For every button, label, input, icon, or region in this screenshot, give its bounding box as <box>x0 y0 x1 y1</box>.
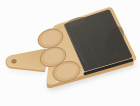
serving-board-illustration <box>0 0 140 106</box>
product-photo <box>0 0 140 106</box>
handle-hole <box>11 59 16 63</box>
